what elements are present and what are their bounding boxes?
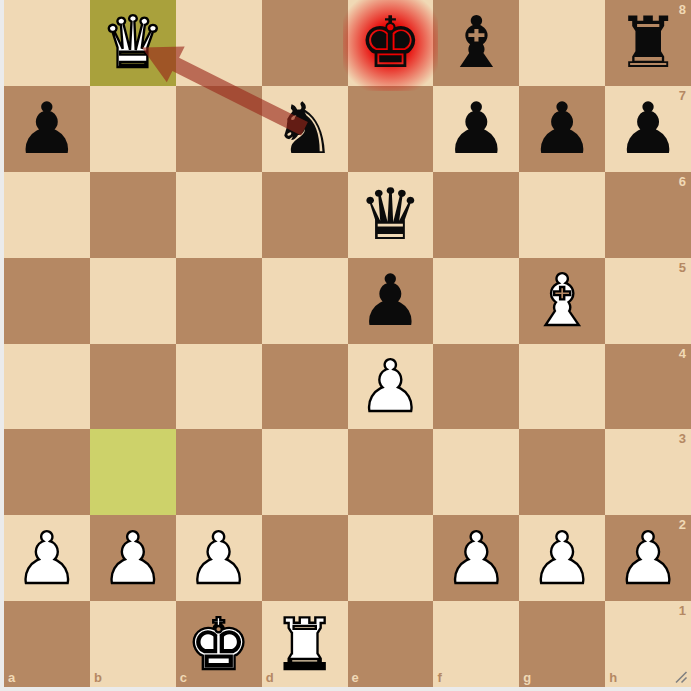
square-c6[interactable]	[176, 172, 262, 258]
coord-rank-5: 5	[679, 261, 686, 274]
white-pawn[interactable]: ♟	[616, 523, 680, 594]
coord-rank-4: 4	[679, 347, 686, 360]
white-pawn[interactable]: ♟	[187, 523, 251, 594]
square-g5[interactable]: ♝	[519, 258, 605, 344]
square-h5[interactable]: 5	[605, 258, 691, 344]
square-a1[interactable]: a	[4, 601, 90, 687]
square-h6[interactable]: 6	[605, 172, 691, 258]
square-h8[interactable]: ♜8	[605, 0, 691, 86]
black-pawn[interactable]: ♟	[444, 93, 508, 164]
square-h2[interactable]: ♟2	[605, 515, 691, 601]
square-g2[interactable]: ♟	[519, 515, 605, 601]
square-e7[interactable]	[348, 86, 434, 172]
square-a2[interactable]: ♟	[4, 515, 90, 601]
square-e6[interactable]: ♛	[348, 172, 434, 258]
square-g1[interactable]: g	[519, 601, 605, 687]
square-b8[interactable]: ♛	[90, 0, 176, 86]
white-pawn[interactable]: ♟	[101, 523, 165, 594]
coord-file-c: c	[180, 671, 187, 684]
chess-board: ♛♚♝♜8♟♞♟♟♟7♛6♟♝5♟43♟♟♟♟♟♟2ab♚c♜defg1h	[4, 0, 691, 687]
square-b5[interactable]	[90, 258, 176, 344]
black-knight[interactable]: ♞	[273, 93, 337, 164]
square-b3[interactable]	[90, 429, 176, 515]
square-a8[interactable]	[4, 0, 90, 86]
square-a3[interactable]	[4, 429, 90, 515]
square-a6[interactable]	[4, 172, 90, 258]
square-f6[interactable]	[433, 172, 519, 258]
square-e4[interactable]: ♟	[348, 344, 434, 430]
coord-file-h: h	[609, 671, 617, 684]
square-d5[interactable]	[262, 258, 348, 344]
square-g3[interactable]	[519, 429, 605, 515]
square-b2[interactable]: ♟	[90, 515, 176, 601]
square-d2[interactable]	[262, 515, 348, 601]
coord-rank-8: 8	[679, 3, 686, 16]
square-g4[interactable]	[519, 344, 605, 430]
coord-file-g: g	[523, 671, 531, 684]
white-pawn[interactable]: ♟	[359, 351, 423, 422]
square-d8[interactable]	[262, 0, 348, 86]
square-c1[interactable]: ♚c	[176, 601, 262, 687]
square-c5[interactable]	[176, 258, 262, 344]
square-c8[interactable]	[176, 0, 262, 86]
white-pawn[interactable]: ♟	[444, 523, 508, 594]
coord-rank-7: 7	[679, 89, 686, 102]
coord-rank-6: 6	[679, 175, 686, 188]
square-g7[interactable]: ♟	[519, 86, 605, 172]
square-a7[interactable]: ♟	[4, 86, 90, 172]
black-queen[interactable]: ♛	[359, 179, 423, 250]
square-c4[interactable]	[176, 344, 262, 430]
square-f4[interactable]	[433, 344, 519, 430]
black-bishop[interactable]: ♝	[444, 7, 508, 78]
square-d4[interactable]	[262, 344, 348, 430]
black-pawn[interactable]: ♟	[359, 265, 423, 336]
square-f3[interactable]	[433, 429, 519, 515]
white-pawn[interactable]: ♟	[530, 523, 594, 594]
square-f2[interactable]: ♟	[433, 515, 519, 601]
coord-file-d: d	[266, 671, 274, 684]
square-b6[interactable]	[90, 172, 176, 258]
coord-rank-3: 3	[679, 432, 686, 445]
square-g6[interactable]	[519, 172, 605, 258]
square-d1[interactable]: ♜d	[262, 601, 348, 687]
board-resize-handle[interactable]	[672, 668, 688, 684]
square-d6[interactable]	[262, 172, 348, 258]
square-h4[interactable]: 4	[605, 344, 691, 430]
square-f7[interactable]: ♟	[433, 86, 519, 172]
square-e2[interactable]	[348, 515, 434, 601]
square-e1[interactable]: e	[348, 601, 434, 687]
black-pawn[interactable]: ♟	[616, 93, 680, 164]
square-b1[interactable]: b	[90, 601, 176, 687]
white-bishop[interactable]: ♝	[530, 265, 594, 336]
square-f1[interactable]: f	[433, 601, 519, 687]
white-rook[interactable]: ♜	[273, 609, 337, 680]
square-c3[interactable]	[176, 429, 262, 515]
coord-rank-1: 1	[679, 604, 686, 617]
black-king[interactable]: ♚	[359, 7, 423, 78]
square-c7[interactable]	[176, 86, 262, 172]
coord-rank-2: 2	[679, 518, 686, 531]
square-h3[interactable]: 3	[605, 429, 691, 515]
black-rook[interactable]: ♜	[616, 7, 680, 78]
square-c2[interactable]: ♟	[176, 515, 262, 601]
square-a5[interactable]	[4, 258, 90, 344]
coord-file-f: f	[437, 671, 441, 684]
chess-app-stage: ♛♚♝♜8♟♞♟♟♟7♛6♟♝5♟43♟♟♟♟♟♟2ab♚c♜defg1h	[0, 0, 691, 691]
white-queen[interactable]: ♛	[101, 7, 165, 78]
square-a4[interactable]	[4, 344, 90, 430]
square-d3[interactable]	[262, 429, 348, 515]
square-h7[interactable]: ♟7	[605, 86, 691, 172]
square-b4[interactable]	[90, 344, 176, 430]
coord-file-a: a	[8, 671, 15, 684]
white-king[interactable]: ♚	[187, 609, 251, 680]
square-e5[interactable]: ♟	[348, 258, 434, 344]
square-g8[interactable]	[519, 0, 605, 86]
square-f8[interactable]: ♝	[433, 0, 519, 86]
square-e3[interactable]	[348, 429, 434, 515]
square-d7[interactable]: ♞	[262, 86, 348, 172]
coord-file-b: b	[94, 671, 102, 684]
square-b7[interactable]	[90, 86, 176, 172]
square-f5[interactable]	[433, 258, 519, 344]
black-pawn[interactable]: ♟	[15, 93, 79, 164]
white-pawn[interactable]: ♟	[15, 523, 79, 594]
square-e8[interactable]: ♚	[348, 0, 434, 86]
black-pawn[interactable]: ♟	[530, 93, 594, 164]
coord-file-e: e	[352, 671, 359, 684]
